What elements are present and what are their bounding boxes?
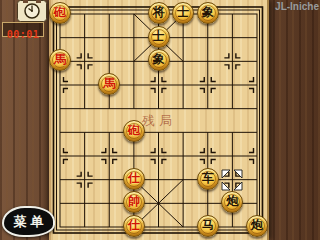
clock-time-display: 00:01 [2, 22, 44, 37]
piece-glyph: 象 [202, 6, 214, 18]
piece-black-elephant[interactable]: 象 [197, 2, 219, 24]
piece-glyph: 帥 [128, 195, 140, 207]
river-label-text: 残局 [142, 113, 176, 128]
piece-glyph: 馬 [54, 53, 66, 65]
piece-glyph: 仕 [128, 219, 140, 231]
piece-black-elephant[interactable]: 象 [148, 49, 170, 71]
piece-glyph: 马 [202, 219, 214, 231]
piece-glyph: 砲 [128, 124, 140, 136]
selection-cursor [219, 167, 245, 193]
piece-glyph: 车 [202, 172, 214, 184]
piece-black-general[interactable]: 将 [148, 2, 170, 24]
piece-red-advisor[interactable]: 仕 [123, 215, 145, 237]
piece-black-horse[interactable]: 马 [197, 215, 219, 237]
piece-glyph: 士 [177, 6, 189, 18]
piece-glyph: 将 [153, 6, 165, 18]
alarm-clock-icon [17, 0, 47, 22]
piece-glyph: 象 [153, 53, 165, 65]
game-screen: 残局 砲将士象士馬象馬砲仕车帥炮仕马炮 00:01 JL-Iniche 菜单 [0, 0, 320, 240]
clock-time: 00:01 [7, 29, 40, 40]
piece-black-advisor[interactable]: 士 [172, 2, 194, 24]
piece-black-cannon[interactable]: 炮 [246, 215, 268, 237]
piece-red-cannon[interactable]: 砲 [49, 2, 71, 24]
river-label: 残局 [142, 112, 186, 130]
piece-glyph: 炮 [251, 219, 263, 231]
clock-widget [17, 0, 47, 22]
piece-red-advisor[interactable]: 仕 [123, 168, 145, 190]
piece-glyph: 仕 [128, 172, 140, 184]
cursor-corners-icon [219, 167, 245, 193]
piece-black-advisor[interactable]: 士 [148, 26, 170, 48]
watermark: JL-Iniche [275, 2, 319, 12]
piece-glyph: 砲 [54, 6, 66, 18]
piece-glyph: 馬 [103, 77, 115, 89]
piece-glyph: 炮 [226, 195, 238, 207]
menu-button[interactable]: 菜单 [2, 206, 55, 237]
menu-button-label: 菜单 [10, 215, 48, 228]
piece-glyph: 士 [153, 30, 165, 42]
piece-black-chariot[interactable]: 车 [197, 168, 219, 190]
